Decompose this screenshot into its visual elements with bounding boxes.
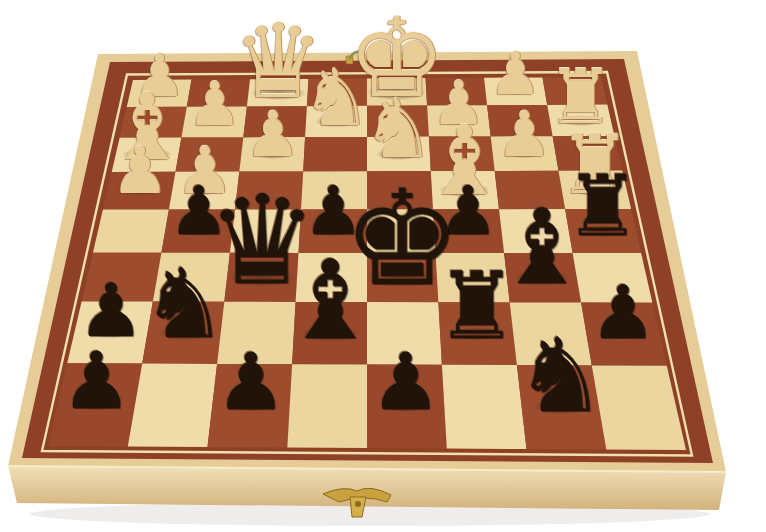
- chess-set-photo: ♟♚♛♟♜♟♞♟♟♞♟♝♜♝♟♟♜♟♟♟♛♚♝♟♞♝♜♟♟♟♟♞: [0, 0, 766, 532]
- piece-black-bishop-d2[interactable]: ♝: [276, 246, 385, 355]
- piece-black-pawn-a1[interactable]: ♟: [57, 342, 136, 421]
- piece-white-pawn-g8[interactable]: ♟: [486, 45, 545, 104]
- square-d1: [287, 364, 367, 448]
- piece-white-pawn-a5[interactable]: ♟: [107, 139, 172, 204]
- piece-white-pawn-b7[interactable]: ♟: [184, 74, 244, 134]
- piece-black-pawn-e1[interactable]: ♟: [366, 343, 445, 422]
- square-b1: [128, 364, 217, 447]
- piece-black-knight-g1[interactable]: ♞: [509, 325, 612, 428]
- square-a4: [93, 210, 169, 253]
- piece-black-pawn-c1[interactable]: ♟: [212, 343, 291, 422]
- piece-white-pawn-c6[interactable]: ♟: [242, 104, 305, 167]
